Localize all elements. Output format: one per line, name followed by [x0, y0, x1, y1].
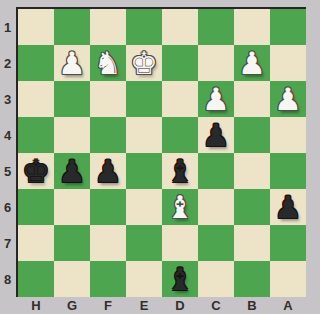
rank-label-2: 2 — [0, 45, 15, 81]
white-king[interactable]: ♚ — [130, 45, 158, 81]
square-e3[interactable] — [126, 81, 162, 117]
square-c6[interactable] — [198, 189, 234, 225]
rank-label-4: 4 — [0, 117, 15, 153]
square-e7[interactable] — [126, 225, 162, 261]
file-label-b: B — [234, 297, 270, 314]
square-g6[interactable] — [54, 189, 90, 225]
square-b5[interactable] — [234, 153, 270, 189]
black-pawn[interactable]: ♟ — [94, 153, 122, 189]
square-f2[interactable]: ♞ — [90, 45, 126, 81]
square-c7[interactable] — [198, 225, 234, 261]
square-d7[interactable] — [162, 225, 198, 261]
chess-diagram: 12345678 ♟♞♚♟♟♟♟♚♟♟♝♝♟♝ HGFEDCBA — [0, 0, 320, 314]
square-e2[interactable]: ♚ — [126, 45, 162, 81]
file-label-a: A — [270, 297, 306, 314]
square-f8[interactable] — [90, 261, 126, 297]
square-b1[interactable] — [234, 9, 270, 45]
square-g7[interactable] — [54, 225, 90, 261]
square-g2[interactable]: ♟ — [54, 45, 90, 81]
rank-label-5: 5 — [0, 153, 15, 189]
square-d3[interactable] — [162, 81, 198, 117]
square-h4[interactable] — [18, 117, 54, 153]
rank-label-8: 8 — [0, 261, 15, 297]
square-g5[interactable]: ♟ — [54, 153, 90, 189]
square-b6[interactable] — [234, 189, 270, 225]
file-labels: HGFEDCBA — [18, 297, 306, 314]
square-f3[interactable] — [90, 81, 126, 117]
square-h6[interactable] — [18, 189, 54, 225]
file-label-c: C — [198, 297, 234, 314]
square-f6[interactable] — [90, 189, 126, 225]
square-a4[interactable] — [270, 117, 306, 153]
square-a7[interactable] — [270, 225, 306, 261]
square-d2[interactable] — [162, 45, 198, 81]
file-label-e: E — [126, 297, 162, 314]
chess-board: ♟♞♚♟♟♟♟♚♟♟♝♝♟♝ — [18, 9, 306, 297]
square-d6[interactable]: ♝ — [162, 189, 198, 225]
square-e4[interactable] — [126, 117, 162, 153]
rank-label-6: 6 — [0, 189, 15, 225]
square-g4[interactable] — [54, 117, 90, 153]
square-f4[interactable] — [90, 117, 126, 153]
square-a8[interactable] — [270, 261, 306, 297]
square-h7[interactable] — [18, 225, 54, 261]
rank-label-1: 1 — [0, 9, 15, 45]
square-c3[interactable]: ♟ — [198, 81, 234, 117]
square-g8[interactable] — [54, 261, 90, 297]
square-a3[interactable]: ♟ — [270, 81, 306, 117]
square-f7[interactable] — [90, 225, 126, 261]
square-c5[interactable] — [198, 153, 234, 189]
square-e1[interactable] — [126, 9, 162, 45]
board-frame: ♟♞♚♟♟♟♟♚♟♟♝♝♟♝ — [16, 7, 306, 297]
square-c4[interactable]: ♟ — [198, 117, 234, 153]
square-d1[interactable] — [162, 9, 198, 45]
square-b4[interactable] — [234, 117, 270, 153]
file-label-g: G — [54, 297, 90, 314]
black-pawn[interactable]: ♟ — [274, 189, 302, 225]
square-f1[interactable] — [90, 9, 126, 45]
white-bishop[interactable]: ♝ — [166, 189, 194, 225]
square-a2[interactable] — [270, 45, 306, 81]
square-d4[interactable] — [162, 117, 198, 153]
square-b3[interactable] — [234, 81, 270, 117]
square-c1[interactable] — [198, 9, 234, 45]
square-h1[interactable] — [18, 9, 54, 45]
square-b8[interactable] — [234, 261, 270, 297]
black-pawn[interactable]: ♟ — [202, 117, 230, 153]
black-bishop[interactable]: ♝ — [166, 153, 194, 189]
rank-label-7: 7 — [0, 225, 15, 261]
square-b7[interactable] — [234, 225, 270, 261]
square-e8[interactable] — [126, 261, 162, 297]
white-knight[interactable]: ♞ — [94, 45, 122, 81]
square-a1[interactable] — [270, 9, 306, 45]
square-c2[interactable] — [198, 45, 234, 81]
square-h5[interactable]: ♚ — [18, 153, 54, 189]
square-e6[interactable] — [126, 189, 162, 225]
square-f5[interactable]: ♟ — [90, 153, 126, 189]
square-b2[interactable]: ♟ — [234, 45, 270, 81]
file-label-h: H — [18, 297, 54, 314]
square-d8[interactable]: ♝ — [162, 261, 198, 297]
square-e5[interactable] — [126, 153, 162, 189]
square-h2[interactable] — [18, 45, 54, 81]
white-pawn[interactable]: ♟ — [274, 81, 302, 117]
white-pawn[interactable]: ♟ — [238, 45, 266, 81]
black-pawn[interactable]: ♟ — [58, 153, 86, 189]
black-king[interactable]: ♚ — [22, 153, 50, 189]
rank-labels: 12345678 — [0, 9, 16, 297]
square-h8[interactable] — [18, 261, 54, 297]
square-g3[interactable] — [54, 81, 90, 117]
file-label-f: F — [90, 297, 126, 314]
black-bishop[interactable]: ♝ — [166, 261, 194, 297]
file-label-d: D — [162, 297, 198, 314]
square-c8[interactable] — [198, 261, 234, 297]
white-pawn[interactable]: ♟ — [202, 81, 230, 117]
square-a5[interactable] — [270, 153, 306, 189]
square-d5[interactable]: ♝ — [162, 153, 198, 189]
square-h3[interactable] — [18, 81, 54, 117]
square-g1[interactable] — [54, 9, 90, 45]
square-a6[interactable]: ♟ — [270, 189, 306, 225]
white-pawn[interactable]: ♟ — [58, 45, 86, 81]
rank-label-3: 3 — [0, 81, 15, 117]
